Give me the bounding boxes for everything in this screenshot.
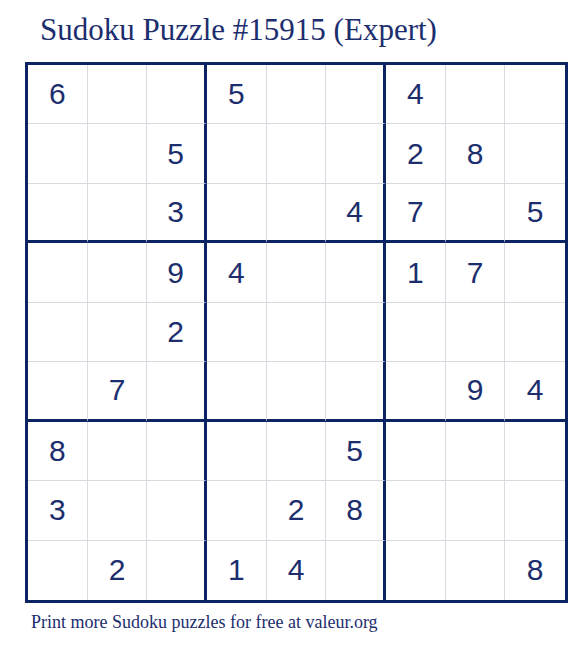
cell-r8c1: 3 [28, 481, 88, 540]
cell-r4c1 [28, 243, 88, 302]
cell-r5c6 [326, 303, 386, 362]
cell-r6c5 [267, 362, 327, 421]
cell-r8c4 [207, 481, 267, 540]
cell-r5c5 [267, 303, 327, 362]
cell-r3c5 [267, 184, 327, 243]
cell-r4c7: 1 [386, 243, 446, 302]
cell-r6c2: 7 [88, 362, 148, 421]
cell-r9c5: 4 [267, 541, 327, 600]
cell-r9c7 [386, 541, 446, 600]
cell-r8c3 [147, 481, 207, 540]
cell-r9c6 [326, 541, 386, 600]
cell-r7c3 [147, 422, 207, 481]
cell-r1c2 [88, 65, 148, 124]
cell-r2c2 [88, 124, 148, 183]
cell-r2c4 [207, 124, 267, 183]
cell-r5c3: 2 [147, 303, 207, 362]
page-title: Sudoku Puzzle #15915 (Expert) [40, 12, 437, 48]
cell-r8c6: 8 [326, 481, 386, 540]
cell-r4c6 [326, 243, 386, 302]
cell-r4c4: 4 [207, 243, 267, 302]
cell-r5c4 [207, 303, 267, 362]
cell-r9c9: 8 [505, 541, 565, 600]
cell-r3c3: 3 [147, 184, 207, 243]
cell-r5c2 [88, 303, 148, 362]
cell-r7c4 [207, 422, 267, 481]
cell-r7c8 [446, 422, 506, 481]
cell-r7c9 [505, 422, 565, 481]
cell-r8c7 [386, 481, 446, 540]
cell-r4c5 [267, 243, 327, 302]
cell-r2c1 [28, 124, 88, 183]
cell-r3c9: 5 [505, 184, 565, 243]
cell-r1c6 [326, 65, 386, 124]
cell-r5c1 [28, 303, 88, 362]
cell-r4c2 [88, 243, 148, 302]
cell-r1c8 [446, 65, 506, 124]
cell-r1c7: 4 [386, 65, 446, 124]
sudoku-grid: 654528347594172794853282148 [25, 62, 568, 603]
cell-r8c2 [88, 481, 148, 540]
cell-r1c9 [505, 65, 565, 124]
cell-r6c3 [147, 362, 207, 421]
cell-r5c9 [505, 303, 565, 362]
cell-r1c4: 5 [207, 65, 267, 124]
cell-r9c2: 2 [88, 541, 148, 600]
cell-r2c3: 5 [147, 124, 207, 183]
cell-r8c8 [446, 481, 506, 540]
cell-r8c5: 2 [267, 481, 327, 540]
cell-r7c7 [386, 422, 446, 481]
cell-r3c4 [207, 184, 267, 243]
cell-r4c3: 9 [147, 243, 207, 302]
cell-r6c8: 9 [446, 362, 506, 421]
cell-r5c8 [446, 303, 506, 362]
cell-r1c5 [267, 65, 327, 124]
cell-r2c5 [267, 124, 327, 183]
cell-r2c6 [326, 124, 386, 183]
cell-r2c8: 8 [446, 124, 506, 183]
cell-r1c1: 6 [28, 65, 88, 124]
cell-r2c7: 2 [386, 124, 446, 183]
cell-r6c9: 4 [505, 362, 565, 421]
cell-r3c1 [28, 184, 88, 243]
cell-r7c6: 5 [326, 422, 386, 481]
cell-r3c8 [446, 184, 506, 243]
cell-r4c9 [505, 243, 565, 302]
cell-r3c7: 7 [386, 184, 446, 243]
cell-r9c1 [28, 541, 88, 600]
cell-r6c6 [326, 362, 386, 421]
cell-r7c5 [267, 422, 327, 481]
cell-r7c1: 8 [28, 422, 88, 481]
cell-r9c4: 1 [207, 541, 267, 600]
cell-r4c8: 7 [446, 243, 506, 302]
cell-r5c7 [386, 303, 446, 362]
cell-r8c9 [505, 481, 565, 540]
cell-r6c1 [28, 362, 88, 421]
cell-r3c2 [88, 184, 148, 243]
cell-r9c8 [446, 541, 506, 600]
cell-r3c6: 4 [326, 184, 386, 243]
cell-r9c3 [147, 541, 207, 600]
cell-r7c2 [88, 422, 148, 481]
cell-r1c3 [147, 65, 207, 124]
footer-text: Print more Sudoku puzzles for free at va… [31, 612, 378, 633]
cell-r6c4 [207, 362, 267, 421]
cell-r6c7 [386, 362, 446, 421]
cell-r2c9 [505, 124, 565, 183]
